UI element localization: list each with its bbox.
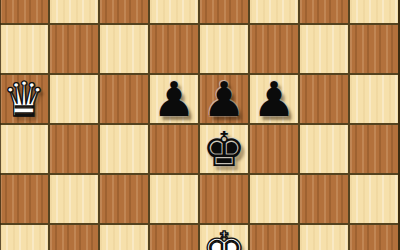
- piece-black-pawn-f5[interactable]: ♟: [250, 75, 298, 123]
- square-e6[interactable]: [200, 25, 248, 73]
- square-g5[interactable]: [300, 75, 348, 123]
- square-d7[interactable]: [150, 0, 198, 23]
- square-g6[interactable]: [300, 25, 348, 73]
- square-b4[interactable]: [50, 125, 98, 173]
- square-c6[interactable]: [100, 25, 148, 73]
- square-e7[interactable]: [200, 0, 248, 23]
- square-a6[interactable]: [0, 25, 48, 73]
- square-e3[interactable]: [200, 175, 248, 223]
- square-b6[interactable]: [50, 25, 98, 73]
- piece-black-king-e4[interactable]: ♚: [200, 125, 248, 173]
- square-b7[interactable]: [50, 0, 98, 23]
- square-g3[interactable]: [300, 175, 348, 223]
- square-e4[interactable]: ♚: [200, 125, 248, 173]
- square-h4[interactable]: [350, 125, 398, 173]
- chessboard-viewport: ♛♟♟♟♚♚: [0, 0, 400, 250]
- square-f6[interactable]: [250, 25, 298, 73]
- square-h2[interactable]: [350, 225, 398, 250]
- square-c3[interactable]: [100, 175, 148, 223]
- square-b2[interactable]: [50, 225, 98, 250]
- square-b3[interactable]: [50, 175, 98, 223]
- square-f4[interactable]: [250, 125, 298, 173]
- square-h7[interactable]: [350, 0, 398, 23]
- piece-white-queen-a5[interactable]: ♛: [0, 75, 48, 123]
- square-e5[interactable]: ♟: [200, 75, 248, 123]
- square-f7[interactable]: [250, 0, 298, 23]
- square-a7[interactable]: [0, 0, 48, 23]
- square-d3[interactable]: [150, 175, 198, 223]
- square-d4[interactable]: [150, 125, 198, 173]
- square-h3[interactable]: [350, 175, 398, 223]
- square-g7[interactable]: [300, 0, 348, 23]
- square-e2[interactable]: ♚: [200, 225, 248, 250]
- piece-white-king-e2[interactable]: ♚: [200, 225, 248, 250]
- square-d6[interactable]: [150, 25, 198, 73]
- square-a3[interactable]: [0, 175, 48, 223]
- square-a2[interactable]: [0, 225, 48, 250]
- square-c4[interactable]: [100, 125, 148, 173]
- square-f5[interactable]: ♟: [250, 75, 298, 123]
- chessboard[interactable]: ♛♟♟♟♚♚: [0, 0, 398, 250]
- piece-black-pawn-d5[interactable]: ♟: [150, 75, 198, 123]
- square-b5[interactable]: [50, 75, 98, 123]
- square-h6[interactable]: [350, 25, 398, 73]
- square-a5[interactable]: ♛: [0, 75, 48, 123]
- square-a4[interactable]: [0, 125, 48, 173]
- piece-black-pawn-e5[interactable]: ♟: [200, 75, 248, 123]
- square-h5[interactable]: [350, 75, 398, 123]
- square-c7[interactable]: [100, 0, 148, 23]
- square-g2[interactable]: [300, 225, 348, 250]
- square-f2[interactable]: [250, 225, 298, 250]
- square-c5[interactable]: [100, 75, 148, 123]
- square-d2[interactable]: [150, 225, 198, 250]
- square-f3[interactable]: [250, 175, 298, 223]
- square-d5[interactable]: ♟: [150, 75, 198, 123]
- square-g4[interactable]: [300, 125, 348, 173]
- square-c2[interactable]: [100, 225, 148, 250]
